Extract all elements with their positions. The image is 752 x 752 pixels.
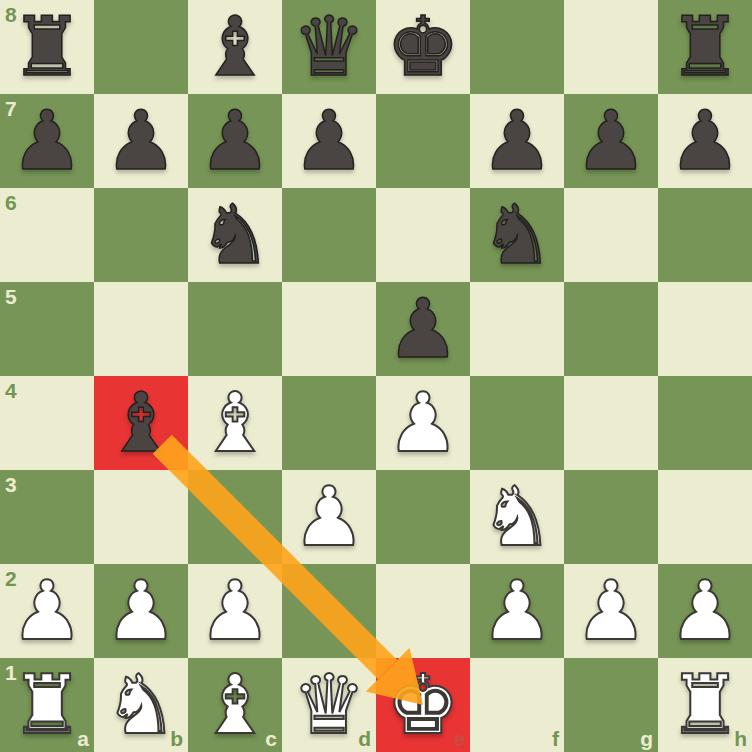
piece-white-bishop[interactable]: ♝ [188, 376, 282, 470]
piece-white-pawn[interactable]: ♟ [282, 470, 376, 564]
square-h1[interactable]: h♜ [658, 658, 752, 752]
square-a5[interactable]: 5 [0, 282, 94, 376]
square-e2[interactable] [376, 564, 470, 658]
square-e6[interactable] [376, 188, 470, 282]
piece-white-pawn[interactable]: ♟ [658, 564, 752, 658]
square-a1[interactable]: 1a♜ [0, 658, 94, 752]
square-d8[interactable]: ♛ [282, 0, 376, 94]
square-b5[interactable] [94, 282, 188, 376]
square-b8[interactable] [94, 0, 188, 94]
square-g3[interactable] [564, 470, 658, 564]
square-d3[interactable]: ♟ [282, 470, 376, 564]
square-b1[interactable]: b♞ [94, 658, 188, 752]
square-f8[interactable] [470, 0, 564, 94]
piece-white-rook[interactable]: ♜ [658, 658, 752, 752]
piece-black-pawn[interactable]: ♟ [282, 94, 376, 188]
square-a4[interactable]: 4 [0, 376, 94, 470]
file-label-f: f [552, 728, 559, 749]
rank-label-3: 3 [5, 474, 17, 495]
square-g1[interactable]: g [564, 658, 658, 752]
square-f4[interactable] [470, 376, 564, 470]
square-h6[interactable] [658, 188, 752, 282]
square-h8[interactable]: ♜ [658, 0, 752, 94]
file-label-g: g [640, 728, 653, 749]
square-c1[interactable]: c♝ [188, 658, 282, 752]
square-h7[interactable]: ♟ [658, 94, 752, 188]
square-e8[interactable]: ♚ [376, 0, 470, 94]
piece-black-pawn[interactable]: ♟ [94, 94, 188, 188]
piece-black-rook[interactable]: ♜ [0, 0, 94, 94]
square-a2[interactable]: 2♟ [0, 564, 94, 658]
square-f3[interactable]: ♞ [470, 470, 564, 564]
rank-label-5: 5 [5, 286, 17, 307]
piece-white-pawn[interactable]: ♟ [470, 564, 564, 658]
rank-label-6: 6 [5, 192, 17, 213]
piece-white-pawn[interactable]: ♟ [94, 564, 188, 658]
piece-black-bishop[interactable]: ♝ [94, 376, 188, 470]
piece-white-knight[interactable]: ♞ [94, 658, 188, 752]
piece-black-pawn[interactable]: ♟ [470, 94, 564, 188]
piece-black-pawn[interactable]: ♟ [188, 94, 282, 188]
square-h4[interactable] [658, 376, 752, 470]
piece-black-king[interactable]: ♚ [376, 0, 470, 94]
piece-black-pawn[interactable]: ♟ [0, 94, 94, 188]
square-c7[interactable]: ♟ [188, 94, 282, 188]
piece-black-pawn[interactable]: ♟ [564, 94, 658, 188]
square-g7[interactable]: ♟ [564, 94, 658, 188]
square-h3[interactable] [658, 470, 752, 564]
piece-white-queen[interactable]: ♛ [282, 658, 376, 752]
square-d6[interactable] [282, 188, 376, 282]
piece-black-rook[interactable]: ♜ [658, 0, 752, 94]
piece-white-pawn[interactable]: ♟ [376, 376, 470, 470]
piece-black-knight[interactable]: ♞ [188, 188, 282, 282]
square-a8[interactable]: 8♜ [0, 0, 94, 94]
square-b6[interactable] [94, 188, 188, 282]
square-d1[interactable]: d♛ [282, 658, 376, 752]
rank-label-4: 4 [5, 380, 17, 401]
square-d2[interactable] [282, 564, 376, 658]
square-h2[interactable]: ♟ [658, 564, 752, 658]
square-d5[interactable] [282, 282, 376, 376]
square-e4[interactable]: ♟ [376, 376, 470, 470]
chess-board: 8♜♝♛♚♜7♟♟♟♟♟♟♟6♞♞5♟4♝♝♟3♟♞2♟♟♟♟♟♟1a♜b♞c♝… [0, 0, 752, 752]
piece-white-pawn[interactable]: ♟ [188, 564, 282, 658]
piece-white-pawn[interactable]: ♟ [564, 564, 658, 658]
square-e7[interactable] [376, 94, 470, 188]
square-b4[interactable]: ♝ [94, 376, 188, 470]
square-b3[interactable] [94, 470, 188, 564]
square-c5[interactable] [188, 282, 282, 376]
piece-white-pawn[interactable]: ♟ [0, 564, 94, 658]
square-f2[interactable]: ♟ [470, 564, 564, 658]
square-c2[interactable]: ♟ [188, 564, 282, 658]
square-c6[interactable]: ♞ [188, 188, 282, 282]
square-a3[interactable]: 3 [0, 470, 94, 564]
square-c4[interactable]: ♝ [188, 376, 282, 470]
square-h5[interactable] [658, 282, 752, 376]
piece-black-queen[interactable]: ♛ [282, 0, 376, 94]
square-a7[interactable]: 7♟ [0, 94, 94, 188]
piece-black-pawn[interactable]: ♟ [376, 282, 470, 376]
square-b2[interactable]: ♟ [94, 564, 188, 658]
square-c3[interactable] [188, 470, 282, 564]
piece-white-knight[interactable]: ♞ [470, 470, 564, 564]
piece-white-king[interactable]: ♚ [376, 658, 470, 752]
piece-black-bishop[interactable]: ♝ [188, 0, 282, 94]
piece-black-pawn[interactable]: ♟ [658, 94, 752, 188]
square-f7[interactable]: ♟ [470, 94, 564, 188]
square-g8[interactable] [564, 0, 658, 94]
square-d4[interactable] [282, 376, 376, 470]
square-e1[interactable]: e♚ [376, 658, 470, 752]
piece-white-rook[interactable]: ♜ [0, 658, 94, 752]
square-b7[interactable]: ♟ [94, 94, 188, 188]
square-f6[interactable]: ♞ [470, 188, 564, 282]
square-e3[interactable] [376, 470, 470, 564]
square-g4[interactable] [564, 376, 658, 470]
piece-white-bishop[interactable]: ♝ [188, 658, 282, 752]
piece-black-knight[interactable]: ♞ [470, 188, 564, 282]
square-d7[interactable]: ♟ [282, 94, 376, 188]
square-g6[interactable] [564, 188, 658, 282]
square-f5[interactable] [470, 282, 564, 376]
square-g5[interactable] [564, 282, 658, 376]
square-g2[interactable]: ♟ [564, 564, 658, 658]
square-f1[interactable]: f [470, 658, 564, 752]
square-a6[interactable]: 6 [0, 188, 94, 282]
square-c8[interactable]: ♝ [188, 0, 282, 94]
square-e5[interactable]: ♟ [376, 282, 470, 376]
